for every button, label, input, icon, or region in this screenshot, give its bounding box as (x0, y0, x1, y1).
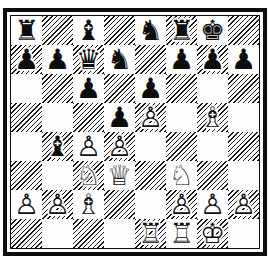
square-d1 (104, 219, 135, 248)
square-a4 (11, 132, 42, 161)
black-bishop-c8: ♝ (76, 16, 101, 45)
square-c3: ♘ (73, 161, 104, 190)
square-e8: ♞ (135, 16, 166, 45)
square-c5 (73, 103, 104, 132)
square-h4 (228, 132, 259, 161)
white-pawn-h2: ♙ (231, 190, 256, 219)
square-c2: ♗ (73, 190, 104, 219)
white-pawn-f2: ♙ (169, 190, 194, 219)
square-h5 (228, 103, 259, 132)
diagram-outer-frame: ♜♝♞♜♚♟♟♛♞♟♟♟♟♟♟♙♗♝♙♙♘♕♘♙♙♗♙♙♙♖♖♔ (3, 8, 267, 256)
black-bishop-b4: ♝ (45, 132, 70, 161)
square-a8: ♜ (11, 16, 42, 45)
square-a3 (11, 161, 42, 190)
square-c4: ♙ (73, 132, 104, 161)
white-king-g1: ♔ (200, 219, 225, 248)
white-knight-f3: ♘ (169, 161, 194, 190)
square-f5 (166, 103, 197, 132)
square-a2: ♙ (11, 190, 42, 219)
square-b1 (42, 219, 73, 248)
black-knight-e8: ♞ (138, 16, 163, 45)
square-g3 (197, 161, 228, 190)
black-pawn-e6: ♟ (138, 74, 163, 103)
square-d4: ♙ (104, 132, 135, 161)
black-pawn-c6: ♟ (76, 74, 101, 103)
black-pawn-h7: ♟ (231, 45, 256, 74)
square-d2 (104, 190, 135, 219)
black-pawn-b7: ♟ (45, 45, 70, 74)
white-pawn-b2: ♙ (45, 190, 70, 219)
square-f7: ♟ (166, 45, 197, 74)
black-pawn-g7: ♟ (200, 45, 225, 74)
square-h7: ♟ (228, 45, 259, 74)
black-pawn-d5: ♟ (107, 103, 132, 132)
white-rook-e1: ♖ (138, 219, 163, 248)
square-d6 (104, 74, 135, 103)
square-e3 (135, 161, 166, 190)
white-pawn-e5: ♙ (138, 103, 163, 132)
square-h3 (228, 161, 259, 190)
square-e6: ♟ (135, 74, 166, 103)
square-g2: ♙ (197, 190, 228, 219)
square-c6: ♟ (73, 74, 104, 103)
scanned-page-background: ♜♝♞♜♚♟♟♛♞♟♟♟♟♟♟♙♗♝♙♙♘♕♘♙♙♗♙♙♙♖♖♔ (0, 0, 270, 264)
black-rook-f8: ♜ (169, 16, 194, 45)
square-a5 (11, 103, 42, 132)
square-a1 (11, 219, 42, 248)
square-e7 (135, 45, 166, 74)
black-pawn-f7: ♟ (169, 45, 194, 74)
black-rook-a8: ♜ (14, 16, 39, 45)
square-a7: ♟ (11, 45, 42, 74)
white-knight-c3: ♘ (76, 161, 101, 190)
black-pawn-a7: ♟ (14, 45, 39, 74)
square-d3: ♕ (104, 161, 135, 190)
square-f6 (166, 74, 197, 103)
square-b4: ♝ (42, 132, 73, 161)
square-b3 (42, 161, 73, 190)
white-pawn-d4: ♙ (107, 132, 132, 161)
square-d7: ♞ (104, 45, 135, 74)
square-c7: ♛ (73, 45, 104, 74)
white-queen-d3: ♕ (107, 161, 132, 190)
square-h2: ♙ (228, 190, 259, 219)
square-f8: ♜ (166, 16, 197, 45)
square-d5: ♟ (104, 103, 135, 132)
square-f2: ♙ (166, 190, 197, 219)
square-b2: ♙ (42, 190, 73, 219)
square-b5 (42, 103, 73, 132)
black-queen-c7: ♛ (76, 45, 101, 74)
black-king-g8: ♚ (200, 16, 225, 45)
white-bishop-g5: ♗ (200, 103, 225, 132)
white-pawn-a2: ♙ (14, 190, 39, 219)
square-e4 (135, 132, 166, 161)
square-g8: ♚ (197, 16, 228, 45)
square-a6 (11, 74, 42, 103)
square-c8: ♝ (73, 16, 104, 45)
square-b8 (42, 16, 73, 45)
white-pawn-g2: ♙ (200, 190, 225, 219)
square-g6 (197, 74, 228, 103)
square-g5: ♗ (197, 103, 228, 132)
square-h1 (228, 219, 259, 248)
white-pawn-c4: ♙ (76, 132, 101, 161)
square-h6 (228, 74, 259, 103)
square-e5: ♙ (135, 103, 166, 132)
square-g7: ♟ (197, 45, 228, 74)
square-c1 (73, 219, 104, 248)
square-f3: ♘ (166, 161, 197, 190)
square-h8 (228, 16, 259, 45)
black-knight-d7: ♞ (107, 45, 132, 74)
square-e1: ♖ (135, 219, 166, 248)
white-rook-f1: ♖ (169, 219, 194, 248)
square-g1: ♔ (197, 219, 228, 248)
white-bishop-c2: ♗ (76, 190, 101, 219)
square-d8 (104, 16, 135, 45)
square-e2 (135, 190, 166, 219)
square-g4 (197, 132, 228, 161)
chess-board: ♜♝♞♜♚♟♟♛♞♟♟♟♟♟♟♙♗♝♙♙♘♕♘♙♙♗♙♙♙♖♖♔ (11, 16, 259, 248)
square-f4 (166, 132, 197, 161)
diagram-inner-frame: ♜♝♞♜♚♟♟♛♞♟♟♟♟♟♟♙♗♝♙♙♘♕♘♙♙♗♙♙♙♖♖♔ (10, 15, 260, 249)
square-b7: ♟ (42, 45, 73, 74)
square-f1: ♖ (166, 219, 197, 248)
square-b6 (42, 74, 73, 103)
